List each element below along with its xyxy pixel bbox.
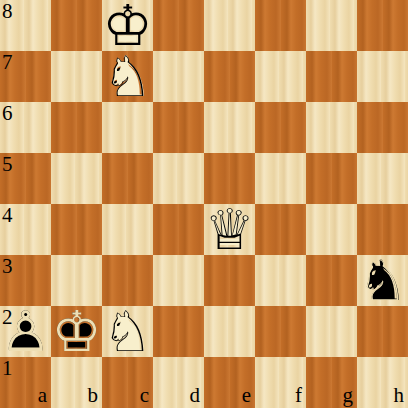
piece-fill-glyph: ♞ <box>357 255 408 306</box>
square-d1[interactable]: d <box>153 357 204 408</box>
piece-fill-glyph: ♚ <box>51 306 102 357</box>
square-h8[interactable] <box>357 0 408 51</box>
piece-outline-glyph: ♔ <box>102 0 153 51</box>
piece-black-king[interactable]: ♚♔ <box>51 306 102 357</box>
file-label-c: c <box>140 385 149 406</box>
square-c3[interactable] <box>102 255 153 306</box>
chess-board: 8♚♔7♞♘654♛♕3♞♘2♟♙♚♔♞♘1abcdefgh <box>0 0 408 408</box>
file-label-f: f <box>295 385 302 406</box>
square-a4[interactable]: 4 <box>0 204 51 255</box>
square-b6[interactable] <box>51 102 102 153</box>
piece-outline-glyph: ♔ <box>51 306 102 357</box>
square-a8[interactable]: 8 <box>0 0 51 51</box>
square-g7[interactable] <box>306 51 357 102</box>
square-a2[interactable]: 2♟♙ <box>0 306 51 357</box>
rank-label-7: 7 <box>2 52 13 73</box>
rank-label-8: 8 <box>2 1 13 22</box>
file-label-g: g <box>343 385 354 406</box>
piece-white-queen[interactable]: ♛♕ <box>204 204 255 255</box>
square-c4[interactable] <box>102 204 153 255</box>
piece-outline-glyph: ♘ <box>357 255 408 306</box>
square-a5[interactable]: 5 <box>0 153 51 204</box>
square-a7[interactable]: 7 <box>0 51 51 102</box>
piece-fill-glyph: ♛ <box>204 204 255 255</box>
square-d5[interactable] <box>153 153 204 204</box>
square-f5[interactable] <box>255 153 306 204</box>
piece-black-knight[interactable]: ♞♘ <box>357 255 408 306</box>
square-e2[interactable] <box>204 306 255 357</box>
square-c7[interactable]: ♞♘ <box>102 51 153 102</box>
square-g3[interactable] <box>306 255 357 306</box>
square-f7[interactable] <box>255 51 306 102</box>
square-g8[interactable] <box>306 0 357 51</box>
square-f3[interactable] <box>255 255 306 306</box>
square-c6[interactable] <box>102 102 153 153</box>
square-a1[interactable]: 1a <box>0 357 51 408</box>
piece-outline-glyph: ♘ <box>102 306 153 357</box>
file-label-d: d <box>190 385 201 406</box>
square-b7[interactable] <box>51 51 102 102</box>
piece-outline-glyph: ♕ <box>204 204 255 255</box>
rank-label-3: 3 <box>2 256 13 277</box>
square-h3[interactable]: ♞♘ <box>357 255 408 306</box>
square-c8[interactable]: ♚♔ <box>102 0 153 51</box>
rank-label-5: 5 <box>2 154 13 175</box>
file-label-a: a <box>38 385 47 406</box>
square-h7[interactable] <box>357 51 408 102</box>
piece-fill-glyph: ♞ <box>102 51 153 102</box>
rank-label-4: 4 <box>2 205 13 226</box>
piece-fill-glyph: ♟ <box>0 306 51 357</box>
piece-fill-glyph: ♞ <box>102 306 153 357</box>
square-f8[interactable] <box>255 0 306 51</box>
square-f4[interactable] <box>255 204 306 255</box>
square-a3[interactable]: 3 <box>0 255 51 306</box>
square-e3[interactable] <box>204 255 255 306</box>
square-e5[interactable] <box>204 153 255 204</box>
square-h5[interactable] <box>357 153 408 204</box>
square-b5[interactable] <box>51 153 102 204</box>
square-d8[interactable] <box>153 0 204 51</box>
square-e6[interactable] <box>204 102 255 153</box>
square-g5[interactable] <box>306 153 357 204</box>
square-g6[interactable] <box>306 102 357 153</box>
rank-label-6: 6 <box>2 103 13 124</box>
square-d7[interactable] <box>153 51 204 102</box>
square-d4[interactable] <box>153 204 204 255</box>
square-f1[interactable]: f <box>255 357 306 408</box>
piece-fill-glyph: ♚ <box>102 0 153 51</box>
file-label-e: e <box>242 385 251 406</box>
square-h1[interactable]: h <box>357 357 408 408</box>
square-g1[interactable]: g <box>306 357 357 408</box>
square-c5[interactable] <box>102 153 153 204</box>
square-c1[interactable]: c <box>102 357 153 408</box>
square-b1[interactable]: b <box>51 357 102 408</box>
file-label-b: b <box>88 385 99 406</box>
file-label-h: h <box>394 385 405 406</box>
square-e7[interactable] <box>204 51 255 102</box>
square-g4[interactable] <box>306 204 357 255</box>
piece-white-king[interactable]: ♚♔ <box>102 0 153 51</box>
square-d2[interactable] <box>153 306 204 357</box>
square-d6[interactable] <box>153 102 204 153</box>
square-b8[interactable] <box>51 0 102 51</box>
square-h6[interactable] <box>357 102 408 153</box>
square-h4[interactable] <box>357 204 408 255</box>
piece-outline-glyph: ♘ <box>102 51 153 102</box>
piece-white-knight[interactable]: ♞♘ <box>102 51 153 102</box>
square-a6[interactable]: 6 <box>0 102 51 153</box>
piece-white-knight[interactable]: ♞♘ <box>102 306 153 357</box>
piece-black-pawn[interactable]: ♟♙ <box>0 306 51 357</box>
square-b4[interactable] <box>51 204 102 255</box>
square-g2[interactable] <box>306 306 357 357</box>
square-e4[interactable]: ♛♕ <box>204 204 255 255</box>
square-e8[interactable] <box>204 0 255 51</box>
square-e1[interactable]: e <box>204 357 255 408</box>
rank-label-1: 1 <box>2 358 13 379</box>
square-b3[interactable] <box>51 255 102 306</box>
square-d3[interactable] <box>153 255 204 306</box>
square-h2[interactable] <box>357 306 408 357</box>
square-b2[interactable]: ♚♔ <box>51 306 102 357</box>
square-c2[interactable]: ♞♘ <box>102 306 153 357</box>
square-f2[interactable] <box>255 306 306 357</box>
square-f6[interactable] <box>255 102 306 153</box>
piece-outline-glyph: ♙ <box>0 306 51 357</box>
